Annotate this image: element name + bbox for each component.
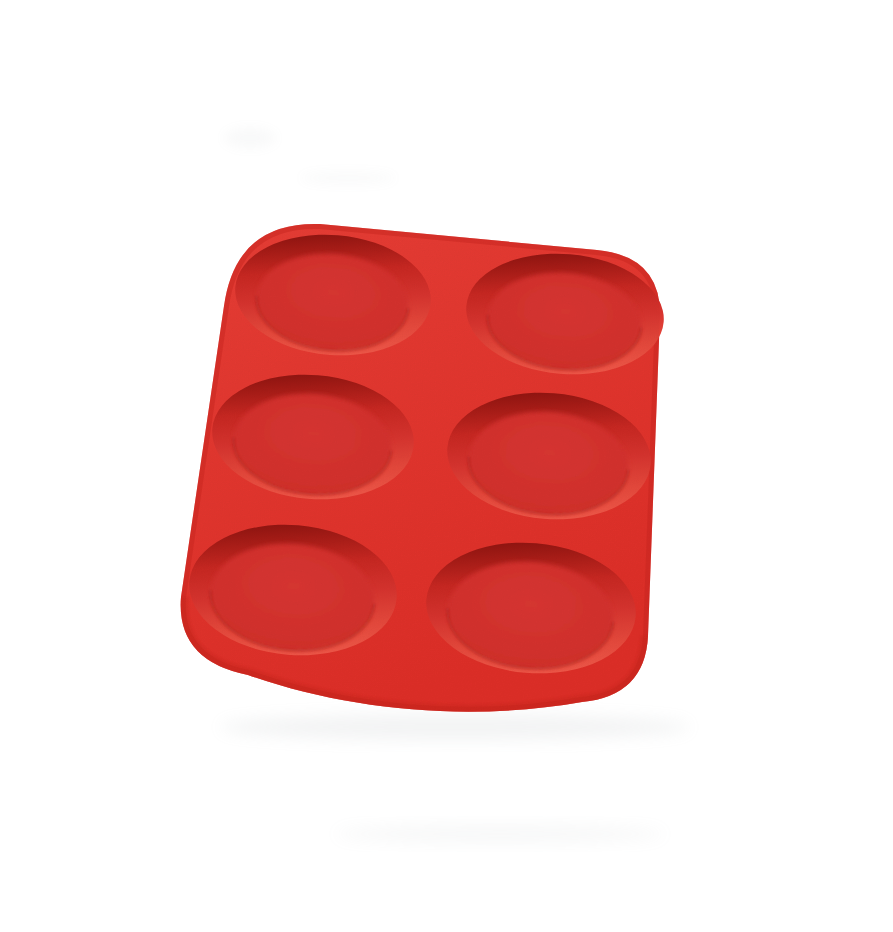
drop-shadow-near (220, 714, 690, 740)
drop-shadow-far (335, 825, 665, 843)
photo-smudge-top-1 (224, 128, 276, 148)
photo-smudge-top-2 (300, 172, 396, 184)
muffin-pan-photo-canvas (0, 0, 893, 932)
product-photo (0, 0, 893, 932)
